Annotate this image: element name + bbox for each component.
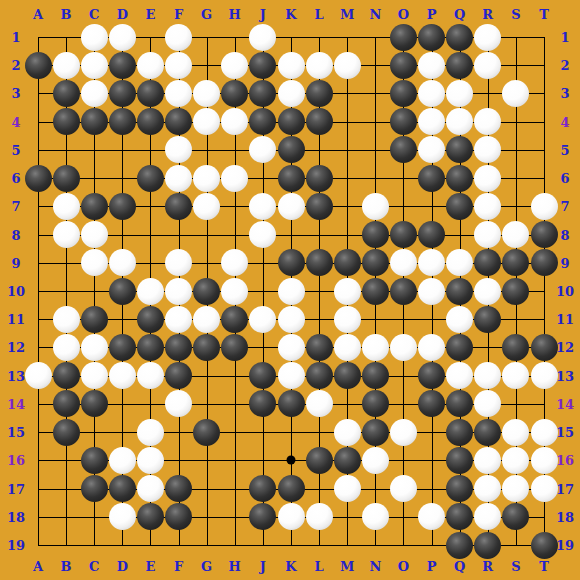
column-label-bottom-A[interactable]: A xyxy=(33,560,43,573)
white-stone-R10 xyxy=(474,278,501,305)
white-stone-D16 xyxy=(109,447,136,474)
white-stone-P10 xyxy=(418,278,445,305)
black-stone-L9 xyxy=(306,249,333,276)
white-stone-S16 xyxy=(502,447,529,474)
row-label-right-12[interactable]: 12 xyxy=(556,341,574,354)
white-stone-M11 xyxy=(334,306,361,333)
column-label-bottom-L[interactable]: L xyxy=(315,560,324,573)
black-stone-Q18 xyxy=(446,503,473,530)
black-stone-L3 xyxy=(306,80,333,107)
black-stone-A2 xyxy=(25,52,52,79)
black-stone-K5 xyxy=(278,136,305,163)
black-stone-C11 xyxy=(81,306,108,333)
column-label-bottom-O[interactable]: O xyxy=(398,560,409,573)
black-stone-O10 xyxy=(390,278,417,305)
black-stone-J18 xyxy=(249,503,276,530)
black-stone-M13 xyxy=(334,362,361,389)
white-stone-N16 xyxy=(362,447,389,474)
black-stone-Q2 xyxy=(446,52,473,79)
black-stone-B14 xyxy=(53,390,80,417)
white-stone-D9 xyxy=(109,249,136,276)
black-stone-F18 xyxy=(165,503,192,530)
black-stone-K6 xyxy=(278,165,305,192)
column-label-top-Q[interactable]: Q xyxy=(454,8,465,21)
column-label-top-B[interactable]: B xyxy=(61,8,72,21)
black-stone-R15 xyxy=(474,419,501,446)
black-stone-N8 xyxy=(362,221,389,248)
white-stone-Q11 xyxy=(446,306,473,333)
black-stone-C16 xyxy=(81,447,108,474)
black-stone-C17 xyxy=(81,475,108,502)
white-stone-R13 xyxy=(474,362,501,389)
black-stone-Q16 xyxy=(446,447,473,474)
white-stone-S17 xyxy=(502,475,529,502)
black-stone-A6 xyxy=(25,165,52,192)
white-stone-E17 xyxy=(137,475,164,502)
row-label-right-9[interactable]: 9 xyxy=(560,256,569,269)
white-stone-P5 xyxy=(418,136,445,163)
white-stone-K3 xyxy=(278,80,305,107)
black-stone-C4 xyxy=(81,108,108,135)
black-stone-G10 xyxy=(193,278,220,305)
white-stone-F6 xyxy=(165,165,192,192)
black-stone-Q7 xyxy=(446,193,473,220)
white-stone-F14 xyxy=(165,390,192,417)
white-stone-B11 xyxy=(53,306,80,333)
white-stone-Q13 xyxy=(446,362,473,389)
white-stone-K13 xyxy=(278,362,305,389)
white-stone-S13 xyxy=(502,362,529,389)
row-label-left-7[interactable]: 7 xyxy=(11,200,20,213)
row-label-left-6[interactable]: 6 xyxy=(11,172,20,185)
row-label-left-12[interactable]: 12 xyxy=(7,341,25,354)
white-stone-T7 xyxy=(531,193,558,220)
black-stone-R11 xyxy=(474,306,501,333)
black-stone-M16 xyxy=(334,447,361,474)
column-label-bottom-P[interactable]: P xyxy=(427,560,437,573)
white-stone-C3 xyxy=(81,80,108,107)
column-label-top-N[interactable]: N xyxy=(369,8,381,21)
row-label-left-11[interactable]: 11 xyxy=(7,313,25,326)
white-stone-T17 xyxy=(531,475,558,502)
black-stone-H12 xyxy=(221,334,248,361)
white-stone-B12 xyxy=(53,334,80,361)
white-stone-C8 xyxy=(81,221,108,248)
black-stone-J14 xyxy=(249,390,276,417)
black-stone-Q19 xyxy=(446,532,473,559)
white-stone-O15 xyxy=(390,419,417,446)
white-stone-J7 xyxy=(249,193,276,220)
white-stone-F10 xyxy=(165,278,192,305)
black-stone-S10 xyxy=(502,278,529,305)
black-stone-K4 xyxy=(278,108,305,135)
column-label-top-M[interactable]: M xyxy=(340,8,354,21)
black-stone-Q5 xyxy=(446,136,473,163)
white-stone-M17 xyxy=(334,475,361,502)
white-stone-E10 xyxy=(137,278,164,305)
black-stone-O4 xyxy=(390,108,417,135)
black-stone-O2 xyxy=(390,52,417,79)
black-stone-Q1 xyxy=(446,24,473,51)
white-stone-S8 xyxy=(502,221,529,248)
white-stone-J8 xyxy=(249,221,276,248)
black-stone-T12 xyxy=(531,334,558,361)
black-stone-K9 xyxy=(278,249,305,276)
row-label-left-8[interactable]: 8 xyxy=(11,228,20,241)
white-stone-R2 xyxy=(474,52,501,79)
white-stone-H10 xyxy=(221,278,248,305)
row-label-left-4[interactable]: 4 xyxy=(11,115,20,128)
row-label-left-15[interactable]: 15 xyxy=(7,426,25,439)
white-stone-K10 xyxy=(278,278,305,305)
black-stone-Q17 xyxy=(446,475,473,502)
column-label-bottom-C[interactable]: C xyxy=(89,560,99,573)
column-label-top-E[interactable]: E xyxy=(145,8,155,21)
column-label-top-P[interactable]: P xyxy=(427,8,437,21)
black-stone-D7 xyxy=(109,193,136,220)
row-label-left-9[interactable]: 9 xyxy=(11,256,20,269)
black-stone-K17 xyxy=(278,475,305,502)
black-stone-L16 xyxy=(306,447,333,474)
white-stone-D1 xyxy=(109,24,136,51)
column-label-top-C[interactable]: C xyxy=(89,8,99,21)
row-label-right-6[interactable]: 6 xyxy=(560,172,569,185)
white-stone-K12 xyxy=(278,334,305,361)
column-label-top-O[interactable]: O xyxy=(398,8,409,21)
column-label-bottom-T[interactable]: T xyxy=(539,560,549,573)
black-stone-Q6 xyxy=(446,165,473,192)
row-label-left-17[interactable]: 17 xyxy=(7,482,25,495)
white-stone-R1 xyxy=(474,24,501,51)
white-stone-L2 xyxy=(306,52,333,79)
black-stone-C14 xyxy=(81,390,108,417)
black-stone-F13 xyxy=(165,362,192,389)
white-stone-C2 xyxy=(81,52,108,79)
column-label-top-G[interactable]: G xyxy=(201,8,212,21)
white-stone-R7 xyxy=(474,193,501,220)
row-label-left-5[interactable]: 5 xyxy=(11,143,20,156)
column-label-top-T[interactable]: T xyxy=(539,8,549,21)
row-label-left-3[interactable]: 3 xyxy=(11,87,20,100)
black-stone-J2 xyxy=(249,52,276,79)
white-stone-P12 xyxy=(418,334,445,361)
row-label-right-13[interactable]: 13 xyxy=(556,369,574,382)
white-stone-R17 xyxy=(474,475,501,502)
black-stone-R9 xyxy=(474,249,501,276)
white-stone-G11 xyxy=(193,306,220,333)
black-stone-E3 xyxy=(137,80,164,107)
row-label-right-5[interactable]: 5 xyxy=(560,143,569,156)
row-label-left-16[interactable]: 16 xyxy=(7,454,25,467)
white-stone-C1 xyxy=(81,24,108,51)
white-stone-A13 xyxy=(25,362,52,389)
black-stone-L13 xyxy=(306,362,333,389)
white-stone-B2 xyxy=(53,52,80,79)
white-stone-Q9 xyxy=(446,249,473,276)
white-stone-R18 xyxy=(474,503,501,530)
black-stone-N10 xyxy=(362,278,389,305)
black-stone-F12 xyxy=(165,334,192,361)
white-stone-T15 xyxy=(531,419,558,446)
row-label-right-18[interactable]: 18 xyxy=(556,510,574,523)
white-stone-G4 xyxy=(193,108,220,135)
row-label-right-17[interactable]: 17 xyxy=(556,482,574,495)
white-stone-F3 xyxy=(165,80,192,107)
black-stone-N14 xyxy=(362,390,389,417)
black-stone-M9 xyxy=(334,249,361,276)
white-stone-R4 xyxy=(474,108,501,135)
white-stone-O9 xyxy=(390,249,417,276)
black-stone-P6 xyxy=(418,165,445,192)
white-stone-N12 xyxy=(362,334,389,361)
black-stone-D17 xyxy=(109,475,136,502)
column-label-top-K[interactable]: K xyxy=(285,8,296,21)
white-stone-H2 xyxy=(221,52,248,79)
black-stone-N15 xyxy=(362,419,389,446)
column-label-bottom-S[interactable]: S xyxy=(511,560,520,573)
go-board-page: AABBCCDDEEFFGGHHJJKKLLMMNNOOPPQQRRSSTT11… xyxy=(0,0,580,580)
black-stone-D10 xyxy=(109,278,136,305)
white-stone-Q4 xyxy=(446,108,473,135)
column-label-top-L[interactable]: L xyxy=(315,8,324,21)
row-label-left-14[interactable]: 14 xyxy=(7,397,25,410)
white-stone-R5 xyxy=(474,136,501,163)
white-stone-M10 xyxy=(334,278,361,305)
column-label-top-H[interactable]: H xyxy=(229,8,241,21)
black-stone-J17 xyxy=(249,475,276,502)
black-stone-S18 xyxy=(502,503,529,530)
row-label-right-14[interactable]: 14 xyxy=(556,397,574,410)
white-stone-R8 xyxy=(474,221,501,248)
black-stone-Q10 xyxy=(446,278,473,305)
white-stone-T16 xyxy=(531,447,558,474)
row-label-right-2[interactable]: 2 xyxy=(560,59,569,72)
white-stone-K18 xyxy=(278,503,305,530)
black-stone-O8 xyxy=(390,221,417,248)
white-stone-H9 xyxy=(221,249,248,276)
white-stone-D18 xyxy=(109,503,136,530)
white-stone-L18 xyxy=(306,503,333,530)
white-stone-P3 xyxy=(418,80,445,107)
black-stone-Q14 xyxy=(446,390,473,417)
black-stone-P1 xyxy=(418,24,445,51)
white-stone-M2 xyxy=(334,52,361,79)
black-stone-Q12 xyxy=(446,334,473,361)
white-stone-G7 xyxy=(193,193,220,220)
black-stone-E6 xyxy=(137,165,164,192)
black-stone-J4 xyxy=(249,108,276,135)
black-stone-Q15 xyxy=(446,419,473,446)
white-stone-R14 xyxy=(474,390,501,417)
column-label-bottom-G[interactable]: G xyxy=(201,560,212,573)
black-stone-F17 xyxy=(165,475,192,502)
white-stone-M15 xyxy=(334,419,361,446)
white-stone-H6 xyxy=(221,165,248,192)
black-stone-O5 xyxy=(390,136,417,163)
white-stone-H4 xyxy=(221,108,248,135)
black-stone-C7 xyxy=(81,193,108,220)
black-stone-T9 xyxy=(531,249,558,276)
black-stone-D2 xyxy=(109,52,136,79)
black-stone-F7 xyxy=(165,193,192,220)
column-label-bottom-F[interactable]: F xyxy=(174,560,183,573)
black-stone-P13 xyxy=(418,362,445,389)
white-stone-P9 xyxy=(418,249,445,276)
row-label-left-13[interactable]: 13 xyxy=(7,369,25,382)
white-stone-F5 xyxy=(165,136,192,163)
white-stone-C9 xyxy=(81,249,108,276)
black-stone-K14 xyxy=(278,390,305,417)
white-stone-P18 xyxy=(418,503,445,530)
column-label-bottom-E[interactable]: E xyxy=(145,560,155,573)
column-label-bottom-J[interactable]: J xyxy=(260,560,266,573)
black-stone-J13 xyxy=(249,362,276,389)
white-stone-S3 xyxy=(502,80,529,107)
black-stone-O3 xyxy=(390,80,417,107)
black-stone-N9 xyxy=(362,249,389,276)
black-stone-N13 xyxy=(362,362,389,389)
row-label-right-1[interactable]: 1 xyxy=(560,31,569,44)
black-stone-G12 xyxy=(193,334,220,361)
row-label-right-15[interactable]: 15 xyxy=(556,426,574,439)
column-label-bottom-Q[interactable]: Q xyxy=(454,560,465,573)
black-stone-T19 xyxy=(531,532,558,559)
row-label-right-3[interactable]: 3 xyxy=(560,87,569,100)
black-stone-J3 xyxy=(249,80,276,107)
row-label-left-10[interactable]: 10 xyxy=(7,285,25,298)
column-label-top-A[interactable]: A xyxy=(33,8,43,21)
white-stone-K11 xyxy=(278,306,305,333)
white-stone-E2 xyxy=(137,52,164,79)
white-stone-O12 xyxy=(390,334,417,361)
black-stone-F4 xyxy=(165,108,192,135)
column-label-top-R[interactable]: R xyxy=(482,8,493,21)
black-stone-L4 xyxy=(306,108,333,135)
black-stone-P8 xyxy=(418,221,445,248)
black-stone-E18 xyxy=(137,503,164,530)
white-stone-R6 xyxy=(474,165,501,192)
white-stone-J5 xyxy=(249,136,276,163)
white-stone-D13 xyxy=(109,362,136,389)
star-point xyxy=(287,456,296,465)
white-stone-T13 xyxy=(531,362,558,389)
black-stone-B6 xyxy=(53,165,80,192)
white-stone-F9 xyxy=(165,249,192,276)
row-label-left-2[interactable]: 2 xyxy=(11,59,20,72)
black-stone-O1 xyxy=(390,24,417,51)
white-stone-K2 xyxy=(278,52,305,79)
column-label-bottom-M[interactable]: M xyxy=(340,560,354,573)
black-stone-B15 xyxy=(53,419,80,446)
column-label-top-D[interactable]: D xyxy=(117,8,128,21)
white-stone-S15 xyxy=(502,419,529,446)
white-stone-G3 xyxy=(193,80,220,107)
black-stone-L12 xyxy=(306,334,333,361)
black-stone-R19 xyxy=(474,532,501,559)
column-label-bottom-R[interactable]: R xyxy=(482,560,493,573)
column-label-top-F[interactable]: F xyxy=(174,8,183,21)
white-stone-O17 xyxy=(390,475,417,502)
white-stone-P4 xyxy=(418,108,445,135)
black-stone-H3 xyxy=(221,80,248,107)
white-stone-F1 xyxy=(165,24,192,51)
black-stone-P14 xyxy=(418,390,445,417)
white-stone-C13 xyxy=(81,362,108,389)
white-stone-Q3 xyxy=(446,80,473,107)
row-label-right-19[interactable]: 19 xyxy=(556,539,574,552)
black-stone-B4 xyxy=(53,108,80,135)
white-stone-R16 xyxy=(474,447,501,474)
row-label-right-16[interactable]: 16 xyxy=(556,454,574,467)
row-label-left-1[interactable]: 1 xyxy=(11,31,20,44)
black-stone-E4 xyxy=(137,108,164,135)
column-label-bottom-D[interactable]: D xyxy=(117,560,128,573)
white-stone-B8 xyxy=(53,221,80,248)
row-label-right-8[interactable]: 8 xyxy=(560,228,569,241)
black-stone-L7 xyxy=(306,193,333,220)
black-stone-D12 xyxy=(109,334,136,361)
white-stone-E13 xyxy=(137,362,164,389)
black-stone-G15 xyxy=(193,419,220,446)
black-stone-H11 xyxy=(221,306,248,333)
white-stone-G6 xyxy=(193,165,220,192)
white-stone-N18 xyxy=(362,503,389,530)
white-stone-F11 xyxy=(165,306,192,333)
white-stone-F2 xyxy=(165,52,192,79)
row-label-right-10[interactable]: 10 xyxy=(556,285,574,298)
black-stone-D4 xyxy=(109,108,136,135)
black-stone-S12 xyxy=(502,334,529,361)
row-label-right-7[interactable]: 7 xyxy=(560,200,569,213)
row-label-left-19[interactable]: 19 xyxy=(7,539,25,552)
white-stone-L14 xyxy=(306,390,333,417)
column-label-bottom-H[interactable]: H xyxy=(229,560,241,573)
white-stone-N7 xyxy=(362,193,389,220)
black-stone-E11 xyxy=(137,306,164,333)
black-stone-T8 xyxy=(531,221,558,248)
row-label-right-11[interactable]: 11 xyxy=(556,313,574,326)
black-stone-E12 xyxy=(137,334,164,361)
column-label-bottom-B[interactable]: B xyxy=(61,560,72,573)
row-label-left-18[interactable]: 18 xyxy=(7,510,25,523)
black-stone-D3 xyxy=(109,80,136,107)
white-stone-B7 xyxy=(53,193,80,220)
white-stone-P2 xyxy=(418,52,445,79)
black-stone-B13 xyxy=(53,362,80,389)
column-label-bottom-N[interactable]: N xyxy=(369,560,381,573)
white-stone-J11 xyxy=(249,306,276,333)
row-label-right-4[interactable]: 4 xyxy=(560,115,569,128)
column-label-top-J[interactable]: J xyxy=(260,8,266,21)
column-label-top-S[interactable]: S xyxy=(511,8,520,21)
white-stone-C12 xyxy=(81,334,108,361)
black-stone-L6 xyxy=(306,165,333,192)
white-stone-K7 xyxy=(278,193,305,220)
black-stone-B3 xyxy=(53,80,80,107)
white-stone-J1 xyxy=(249,24,276,51)
white-stone-E15 xyxy=(137,419,164,446)
column-label-bottom-K[interactable]: K xyxy=(285,560,296,573)
white-stone-M12 xyxy=(334,334,361,361)
black-stone-S9 xyxy=(502,249,529,276)
white-stone-E16 xyxy=(137,447,164,474)
